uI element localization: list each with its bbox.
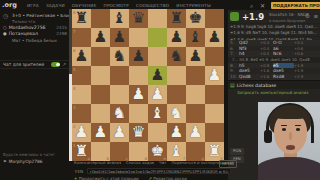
- game-meta: 3+0 • Рейтинговая • Блиц: [12, 13, 72, 18]
- square-d4[interactable]: ♟: [129, 85, 148, 104]
- move-number: 10.: [230, 74, 239, 80]
- pgn-chip[interactable]: PGN: [230, 148, 244, 155]
- square-g3[interactable]: [186, 104, 205, 123]
- square-c5[interactable]: [110, 66, 129, 85]
- square-h7[interactable]: ♟: [205, 28, 224, 47]
- rank-coord: 3: [73, 105, 76, 110]
- eyebrow: [295, 125, 301, 127]
- square-c6[interactable]: ♞: [110, 47, 129, 66]
- black-queen-d8[interactable]: ♛: [129, 9, 148, 28]
- chat-title: Чат для зрителей: [3, 62, 44, 67]
- clock-icon: ◷: [3, 12, 8, 19]
- pv-line-1[interactable]: +1.9 9. hxg6 fxg6 10. dxe5 dxe5 11. Qxd8…: [228, 23, 320, 29]
- square-h8[interactable]: [205, 9, 224, 28]
- black-rook-f8[interactable]: ♜: [167, 9, 186, 28]
- game-result: Мат • Победа белых: [0, 38, 69, 43]
- square-e5[interactable]: ♟: [148, 66, 167, 85]
- players: ○Mordashov27562415●Потанцевал2398: [3, 24, 67, 36]
- square-f6[interactable]: ♞: [167, 47, 186, 66]
- database-label: Lichess database: [237, 83, 277, 88]
- square-g5[interactable]: [186, 66, 205, 85]
- square-a2[interactable]: 2♟: [72, 123, 91, 142]
- square-a3[interactable]: 3: [72, 104, 91, 123]
- square-b6[interactable]: [91, 47, 110, 66]
- chat-expand-icon[interactable]: ↗: [62, 62, 66, 67]
- square-c3[interactable]: ♞: [110, 104, 129, 123]
- black-eval: +1.9: [294, 74, 307, 80]
- square-f4[interactable]: [167, 85, 186, 104]
- bottom-link[interactable]: ↗ Редактор доски: [149, 176, 187, 180]
- white-pawn-c2[interactable]: ♟: [110, 123, 129, 142]
- square-f8[interactable]: ♜: [167, 9, 186, 28]
- black-color-icon: ●: [3, 31, 7, 36]
- donate-button[interactable]: ПОДДЕРЖАТЬ ПРОЕКТ: [271, 2, 320, 9]
- eyebrow: [281, 125, 287, 127]
- chat-header: Чат для зрителей ↗: [0, 60, 69, 69]
- square-a8[interactable]: 8♜: [72, 9, 91, 28]
- square-e7[interactable]: [148, 28, 167, 47]
- square-g7[interactable]: ♝: [186, 28, 205, 47]
- streamer-fringe: [273, 108, 308, 119]
- white-color-icon: ○: [3, 25, 7, 30]
- nav-item-инструменты[interactable]: ИНСТРУМЕНТЫ: [176, 3, 211, 8]
- chat-user-name: MorphyOp2786: [9, 159, 43, 164]
- square-f3[interactable]: ♞: [167, 104, 186, 123]
- square-d6[interactable]: ♟: [129, 47, 148, 66]
- white-player[interactable]: ○Mordashov27562415: [3, 24, 67, 30]
- square-d1[interactable]: d: [129, 142, 148, 161]
- fen-label: FEN: [75, 169, 83, 174]
- menu-button[interactable]: МЕНЮ: [219, 160, 237, 168]
- black-rook-a8[interactable]: ♜: [72, 9, 91, 28]
- underboard-links: Компьютерный анализСписок ходовЧатПодели…: [74, 160, 220, 165]
- search-icon[interactable]: ⌕: [250, 2, 253, 10]
- mouth: [286, 145, 295, 150]
- player-name: Mordashov2756: [9, 25, 46, 30]
- black-bishop-g7[interactable]: ♝: [186, 28, 205, 47]
- square-b5[interactable]: [91, 66, 110, 85]
- white-pawn-e4[interactable]: ♟: [148, 85, 167, 104]
- headphone-earcup: [264, 130, 272, 143]
- black-pawn-d6[interactable]: ♟: [129, 47, 148, 66]
- black-pawn-c7[interactable]: ♟: [110, 28, 129, 47]
- white-rook-h1[interactable]: ♜: [205, 142, 224, 161]
- black-pawn-h7[interactable]: ♟: [205, 28, 224, 47]
- white-king-e1[interactable]: ♚: [148, 142, 167, 161]
- rank-coord: 7: [73, 29, 76, 34]
- white-pawn-a2[interactable]: ♟: [72, 123, 91, 142]
- black-knight-c6[interactable]: ♞: [110, 47, 129, 66]
- eye: [296, 128, 300, 131]
- square-h2[interactable]: [205, 123, 224, 142]
- square-g8[interactable]: ♚: [186, 9, 205, 28]
- black-player[interactable]: ●Потанцевал2398: [3, 30, 67, 36]
- square-e3[interactable]: ♝: [148, 104, 167, 123]
- player-name: Потанцевал: [9, 31, 38, 36]
- square-e2[interactable]: [148, 123, 167, 142]
- white-pawn-h5[interactable]: ♟: [205, 66, 224, 85]
- black-pawn-a6[interactable]: ♟: [72, 47, 91, 66]
- database-bar[interactable]: ▤ Lichess database: [228, 80, 320, 89]
- square-f5[interactable]: [167, 66, 186, 85]
- engine-eval: +1.9: [242, 12, 264, 22]
- square-b4[interactable]: [91, 85, 110, 104]
- rank-coord: 4: [73, 86, 76, 91]
- pv-line-2[interactable]: +1.6 9. d5 Ne7 10. hxg6 fxg6 11. Nh4 Nh5…: [228, 29, 320, 35]
- white-pawn-f2[interactable]: ♟: [167, 123, 186, 142]
- black-knight-f6[interactable]: ♞: [167, 47, 186, 66]
- square-c2[interactable]: ♟: [110, 123, 129, 142]
- square-c4[interactable]: [110, 85, 129, 104]
- white-pawn-g2[interactable]: ♟: [186, 123, 205, 142]
- square-e8[interactable]: [148, 9, 167, 28]
- edit-icon: ↗: [149, 176, 152, 180]
- square-c1[interactable]: c: [110, 142, 129, 161]
- engine-location: в вашем браузере: [269, 18, 305, 23]
- nav-item-просмотр[interactable]: ПРОСМОТР: [104, 3, 130, 8]
- black-pawn-g6[interactable]: ♟: [186, 47, 205, 66]
- square-a6[interactable]: 6♟: [72, 47, 91, 66]
- plus-icon: +: [74, 176, 77, 180]
- square-e6[interactable]: [148, 47, 167, 66]
- menu-icon[interactable]: ≡: [314, 13, 319, 19]
- square-h4[interactable]: [205, 85, 224, 104]
- chat-note: Будьте вежливы в чате!: [3, 152, 55, 157]
- bottom-links: + Продолжить с этой позиции↗ Редактор до…: [74, 176, 187, 180]
- rank-coord: 5: [73, 67, 76, 72]
- white-knight-f3[interactable]: ♞: [167, 104, 186, 123]
- square-f7[interactable]: ♟: [167, 28, 186, 47]
- white-queen-d2[interactable]: ♛: [129, 123, 148, 142]
- square-g6[interactable]: ♟: [186, 47, 205, 66]
- chat-user[interactable]: ⚑ MorphyOp2786: [3, 159, 43, 164]
- streamer-webcam: [258, 102, 320, 180]
- underboard-link[interactable]: Компьютерный анализ: [74, 160, 121, 165]
- move-row: 10.Qxd8+1.8Rxd8+1.9: [228, 74, 320, 80]
- square-h1[interactable]: h♜: [205, 142, 224, 161]
- close-icon[interactable]: ✕: [260, 2, 265, 9]
- lichess-analysis-page: .org ИГРАЗАДАЧИОБУЧЕНИЕПРОСМОТРСООБЩЕСТВ…: [0, 0, 320, 180]
- square-b2[interactable]: ♟: [91, 123, 110, 142]
- nose: [289, 132, 292, 140]
- square-b7[interactable]: ♟: [91, 28, 110, 47]
- player-rating: 2415: [56, 25, 67, 30]
- square-a1[interactable]: 1a♜: [72, 142, 91, 161]
- square-f2[interactable]: ♟: [167, 123, 186, 142]
- square-h6[interactable]: [205, 47, 224, 66]
- square-h5[interactable]: ♟: [205, 66, 224, 85]
- square-b8[interactable]: [91, 9, 110, 28]
- square-d2[interactable]: ♛: [129, 123, 148, 142]
- move-list: 5.Qd2+0.3O-O+0.46.Nf3+0.4a6+0.67.h4+0.5N…: [228, 40, 320, 80]
- white-pawn-b2[interactable]: ♟: [91, 123, 110, 142]
- square-a4[interactable]: 4: [72, 85, 91, 104]
- flag-icon: ⚑: [3, 159, 7, 164]
- square-d7[interactable]: [129, 28, 148, 47]
- square-b1[interactable]: b: [91, 142, 110, 161]
- square-c8[interactable]: ♝: [110, 9, 129, 28]
- white-bishop-e3[interactable]: ♝: [148, 104, 167, 123]
- gear-icon[interactable]: ⚙: [305, 13, 310, 19]
- white-move[interactable]: Qxd8: [239, 74, 260, 80]
- chess-board: 8♜♝♛♜♚7♟♟♟♝♟6♟♞♟♞♟5♟♟4♟♟3♞♝♞2♟♟♟♛♟♟1a♜bc…: [72, 9, 224, 161]
- bottom-link[interactable]: + Продолжить с этой позиции: [74, 176, 139, 180]
- square-b3[interactable]: [91, 104, 110, 123]
- book-icon: ▤: [230, 82, 235, 88]
- streamer-shirt: [258, 157, 320, 180]
- engine-name: Stockfish 16 · NNUE: [269, 12, 309, 17]
- black-pawn-b7[interactable]: ♟: [91, 28, 110, 47]
- engine-icon: [230, 12, 239, 21]
- black-king-g8[interactable]: ♚: [186, 9, 205, 28]
- request-analysis-link[interactable]: Запросить компьютерный анализ: [237, 90, 308, 95]
- lichess-logo[interactable]: .org: [2, 1, 17, 9]
- square-f1[interactable]: f♝: [167, 142, 186, 161]
- square-e4[interactable]: ♟: [148, 85, 167, 104]
- white-eval: +1.8: [260, 74, 273, 80]
- white-knight-c3[interactable]: ♞: [110, 104, 129, 123]
- black-pawn-f7[interactable]: ♟: [167, 28, 186, 47]
- eye: [282, 128, 286, 131]
- square-a7[interactable]: 7: [72, 28, 91, 47]
- underboard-link[interactable]: Чат: [159, 160, 166, 165]
- square-g4[interactable]: [186, 85, 205, 104]
- white-bishop-f1[interactable]: ♝: [167, 142, 186, 161]
- square-g1[interactable]: g: [186, 142, 205, 161]
- square-d8[interactable]: ♛: [129, 9, 148, 28]
- nav-item-обучение[interactable]: ОБУЧЕНИЕ: [72, 3, 97, 8]
- nav-item-сообщество[interactable]: СООБЩЕСТВО: [136, 3, 169, 8]
- fen-input[interactable]: r1bq1rk1/1pp2pbp/p1np1np1/4p2P/3PP3/2N1B…: [87, 168, 231, 175]
- black-bishop-c8[interactable]: ♝: [110, 9, 129, 28]
- white-pawn-d4[interactable]: ♟: [129, 85, 148, 104]
- square-e1[interactable]: e♚: [148, 142, 167, 161]
- square-d5[interactable]: [129, 66, 148, 85]
- square-c7[interactable]: ♟: [110, 28, 129, 47]
- black-pawn-e5[interactable]: ♟: [148, 66, 167, 85]
- player-rating: 2398: [56, 31, 67, 36]
- square-g2[interactable]: ♟: [186, 123, 205, 142]
- game-time-ago: Только что: [12, 19, 35, 24]
- nav-item-игра[interactable]: ИГРА: [27, 3, 39, 8]
- square-h3[interactable]: [205, 104, 224, 123]
- black-move[interactable]: Rxd8: [273, 74, 294, 80]
- chat-toggle[interactable]: [51, 62, 60, 67]
- nav-item-задачи[interactable]: ЗАДАЧИ: [46, 3, 65, 8]
- square-a5[interactable]: 5: [72, 66, 91, 85]
- underboard-link[interactable]: Список ходов: [126, 160, 154, 165]
- main-nav: ИГРАЗАДАЧИОБУЧЕНИЕПРОСМОТРСООБЩЕСТВОИНСТ…: [27, 3, 211, 8]
- square-d3[interactable]: [129, 104, 148, 123]
- white-rook-a1[interactable]: ♜: [72, 142, 91, 161]
